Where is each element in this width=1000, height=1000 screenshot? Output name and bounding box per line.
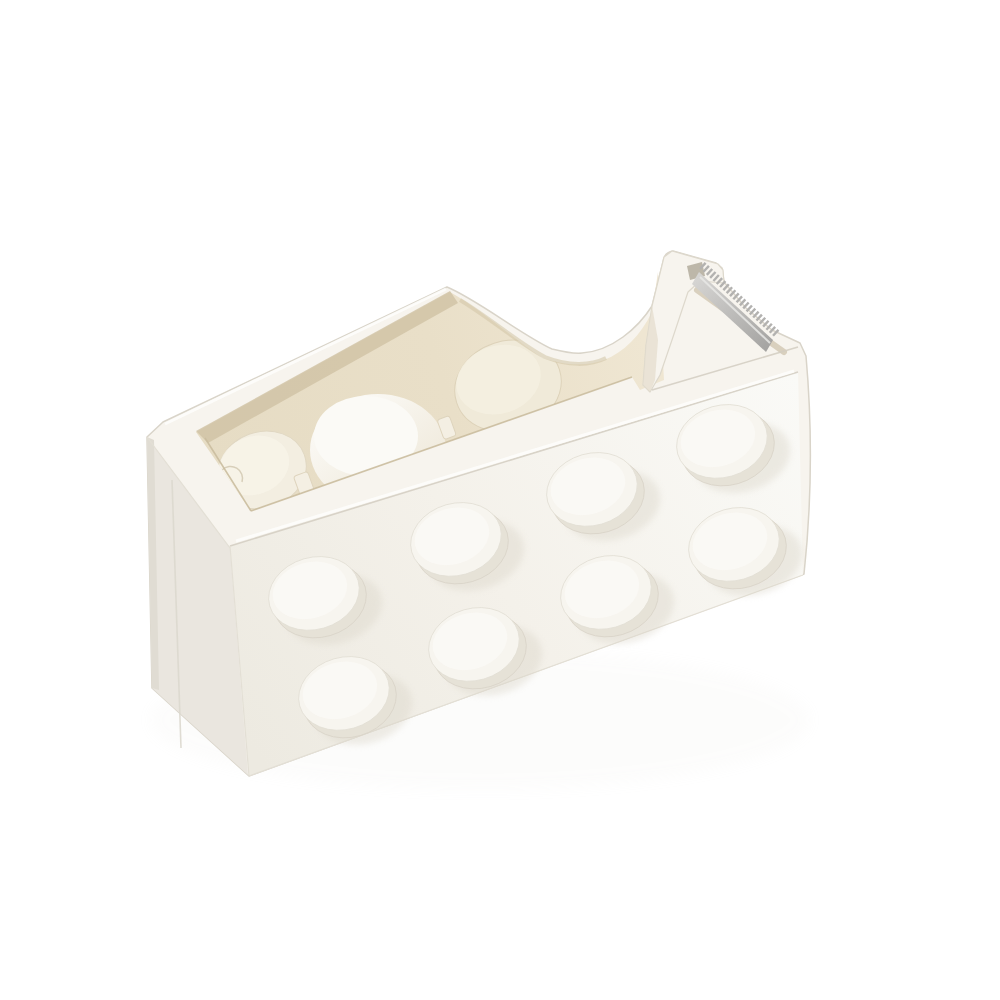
- product-photo-canvas: [0, 0, 1000, 1000]
- lego-brick-tape-dispenser-photo: [0, 0, 1000, 1000]
